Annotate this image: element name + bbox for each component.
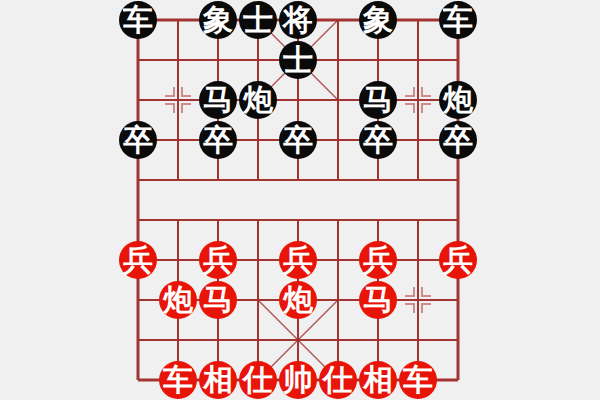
black-soldier[interactable]: 卒 (439, 121, 477, 159)
black-advisor[interactable]: 士 (239, 1, 277, 39)
red-soldier[interactable]: 兵 (359, 241, 397, 279)
red-horse[interactable]: 马 (199, 281, 237, 319)
black-soldier[interactable]: 卒 (359, 121, 397, 159)
red-chariot[interactable]: 车 (159, 361, 197, 399)
red-cannon[interactable]: 炮 (159, 281, 197, 319)
xiangqi-board: 车象士将象车士马炮马炮卒卒卒卒卒兵兵兵兵兵炮马炮马车相仕帅仕相车 (0, 0, 600, 400)
red-soldier[interactable]: 兵 (119, 241, 157, 279)
black-elephant[interactable]: 象 (359, 1, 397, 39)
black-chariot[interactable]: 车 (439, 1, 477, 39)
black-cannon[interactable]: 炮 (239, 81, 277, 119)
red-elephant[interactable]: 相 (199, 361, 237, 399)
black-advisor[interactable]: 士 (279, 41, 317, 79)
black-soldier[interactable]: 卒 (199, 121, 237, 159)
black-soldier[interactable]: 卒 (119, 121, 157, 159)
black-chariot[interactable]: 车 (119, 1, 157, 39)
red-chariot[interactable]: 车 (399, 361, 437, 399)
red-cannon[interactable]: 炮 (279, 281, 317, 319)
black-cannon[interactable]: 炮 (439, 81, 477, 119)
black-general[interactable]: 将 (279, 1, 317, 39)
red-advisor[interactable]: 仕 (239, 361, 277, 399)
black-elephant[interactable]: 象 (199, 1, 237, 39)
black-horse[interactable]: 马 (199, 81, 237, 119)
black-soldier[interactable]: 卒 (279, 121, 317, 159)
red-general[interactable]: 帅 (279, 361, 317, 399)
black-horse[interactable]: 马 (359, 81, 397, 119)
red-soldier[interactable]: 兵 (199, 241, 237, 279)
red-elephant[interactable]: 相 (359, 361, 397, 399)
red-soldier[interactable]: 兵 (279, 241, 317, 279)
red-horse[interactable]: 马 (359, 281, 397, 319)
red-advisor[interactable]: 仕 (319, 361, 357, 399)
red-soldier[interactable]: 兵 (439, 241, 477, 279)
